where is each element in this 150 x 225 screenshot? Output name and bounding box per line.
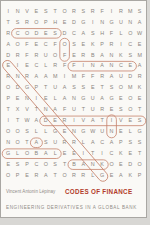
grid-cell-r10c4: T [32, 104, 41, 115]
grid-cell-r12c3: S [22, 126, 31, 137]
grid-cell-r15c13: E [116, 159, 125, 170]
grid-cell-r8c2: D [13, 83, 22, 94]
grid-cell-r7c4: A [32, 72, 41, 83]
grid-cell-r9c4: I [32, 94, 41, 105]
grid-cell-r13c7: R [60, 137, 69, 148]
grid-cell-r15c10: N [88, 159, 97, 170]
grid-cell-r3c6: S [50, 28, 59, 39]
grid-cell-r16c6: T [50, 170, 59, 181]
grid-cell-r7c6: M [50, 72, 59, 83]
grid-cell-r4c14: C [126, 39, 135, 50]
grid-cell-r12c4: L [32, 126, 41, 137]
grid-cell-r8c4: P [32, 83, 41, 94]
grid-cell-r11c7: R [60, 115, 69, 126]
grid-cell-r7c7: I [60, 72, 69, 83]
grid-cell-r9c12: G [107, 94, 116, 105]
grid-cell-r9c5: E [41, 94, 50, 105]
grid-cell-r14c13: K [116, 148, 125, 159]
grid-cell-r3c9: A [79, 28, 88, 39]
grid-cell-r2c5: P [41, 17, 50, 28]
grid-cell-r15c5: O [41, 159, 50, 170]
grid-cell-r2c2: S [13, 17, 22, 28]
grid-cell-r1c2: N [13, 6, 22, 17]
grid-cell-r1c7: O [60, 6, 69, 17]
grid-cell-r5c1: D [4, 50, 13, 61]
grid-cell-r10c13: S [116, 104, 125, 115]
grid-cell-r13c15: S [135, 137, 144, 148]
grid-cell-r2c9: G [79, 17, 88, 28]
grid-cell-r14c6: L [50, 148, 59, 159]
grid-cell-r5c10: B [88, 50, 97, 61]
grid-cell-r10c11: R [97, 104, 106, 115]
grid-cell-r10c8: U [69, 104, 78, 115]
grid-cell-r7c9: F [79, 72, 88, 83]
grid-cell-r12c2: O [13, 126, 22, 137]
grid-cell-r10c15: T [135, 104, 144, 115]
grid-cell-r7c2: N [13, 72, 22, 83]
grid-cell-r11c3: W [22, 115, 31, 126]
grid-cell-r3c11: H [97, 28, 106, 39]
book-subtitle: ENGINEERING DERIVATIVES IN A GLOBAL BANK [6, 205, 137, 210]
grid-cell-r6c14: E [126, 61, 135, 72]
grid-cell-r11c12: I [107, 115, 116, 126]
grid-cell-r7c15: R [135, 72, 144, 83]
grid-cell-r2c10: I [88, 17, 97, 28]
grid-cell-r10c14: O [126, 104, 135, 115]
grid-cell-r13c1: N [4, 137, 13, 148]
grid-cell-r16c10: L [88, 170, 97, 181]
grid-cell-r14c10: T [88, 148, 97, 159]
grid-cell-r13c6: U [50, 137, 59, 148]
grid-cell-r15c8: B [69, 159, 78, 170]
grid-cell-r12c12: N [107, 126, 116, 137]
grid-cell-r16c15: P [135, 170, 144, 181]
grid-cell-r5c12: N [107, 50, 116, 61]
grid-cell-r2c15: A [135, 17, 144, 28]
grid-cell-r4c12: R [107, 39, 116, 50]
grid-cell-r8c11: T [97, 83, 106, 94]
grid-cell-r5c7: F [60, 50, 69, 61]
grid-cell-r5c11: A [97, 50, 106, 61]
grid-cell-r10c2: X [13, 104, 22, 115]
grid-cell-r16c1: O [4, 170, 13, 181]
word-search-grid: INVESTORSRFIRMSTSROPHEDGINGUNARCODESDCAS… [4, 6, 145, 181]
grid-cell-r7c5: A [41, 72, 50, 83]
grid-cell-r13c10: A [88, 137, 97, 148]
grid-cell-r9c15: E [135, 94, 144, 105]
grid-cell-r14c5: A [41, 148, 50, 159]
grid-cell-r10c7: F [60, 104, 69, 115]
grid-cell-r4c4: E [32, 39, 41, 50]
grid-cell-r4c15: E [135, 39, 144, 50]
grid-cell-r14c8: E [69, 148, 78, 159]
grid-cell-r16c11: G [97, 170, 106, 181]
grid-cell-r1c11: F [97, 6, 106, 17]
grid-cell-r7c3: R [22, 72, 31, 83]
grid-cell-r1c6: T [50, 6, 59, 17]
grid-cell-r3c1: R [4, 28, 13, 39]
grid-cell-r3c5: E [41, 28, 50, 39]
grid-cell-r4c5: C [41, 39, 50, 50]
grid-cell-r1c14: M [126, 6, 135, 17]
grid-cell-r12c13: E [116, 126, 125, 137]
grid-cell-r8c14: M [126, 83, 135, 94]
grid-cell-r6c13: C [116, 61, 125, 72]
grid-cell-r3c7: D [60, 28, 69, 39]
grid-cell-r10c3: V [22, 104, 31, 115]
grid-cell-r7c1: R [4, 72, 13, 83]
grid-cell-r13c11: C [97, 137, 106, 148]
grid-cell-r16c9: R [79, 170, 88, 181]
grid-cell-r2c12: G [107, 17, 116, 28]
grid-cell-r15c9: A [79, 159, 88, 170]
grid-cell-r2c7: E [60, 17, 69, 28]
grid-cell-r9c2: E [13, 94, 22, 105]
grid-cell-r14c4: B [32, 148, 41, 159]
grid-cell-r11c11: T [97, 115, 106, 126]
grid-cell-r10c1: T [4, 104, 13, 115]
grid-cell-r1c13: R [116, 6, 125, 17]
grid-cell-r15c15: O [135, 159, 144, 170]
grid-cell-r10c12: E [107, 104, 116, 115]
grid-cell-r14c2: L [13, 148, 22, 159]
grid-cell-r5c9: R [79, 50, 88, 61]
grid-cell-r6c8: F [69, 61, 78, 72]
grid-cell-r8c13: O [116, 83, 125, 94]
grid-cell-r14c1: G [4, 148, 13, 159]
grid-cell-r12c14: L [126, 126, 135, 137]
grid-cell-r13c12: A [107, 137, 116, 148]
grid-cell-r5c3: F [22, 50, 31, 61]
grid-cell-r11c4: A [32, 115, 41, 126]
grid-cell-r12c15: G [135, 126, 144, 137]
grid-cell-r5c4: R [32, 50, 41, 61]
grid-cell-r12c5: L [41, 126, 50, 137]
grid-cell-r13c9: L [79, 137, 88, 148]
grid-cell-r7c11: R [97, 72, 106, 83]
grid-cell-r16c8: R [69, 170, 78, 181]
grid-cell-r9c8: N [69, 94, 78, 105]
grid-cell-r15c7: T [60, 159, 69, 170]
grid-cell-r1c9: S [79, 6, 88, 17]
grid-cell-r6c1: E [4, 61, 13, 72]
grid-cell-r3c12: F [107, 28, 116, 39]
grid-cell-r4c2: O [13, 39, 22, 50]
grid-cell-r8c5: T [41, 83, 50, 94]
grid-cell-r13c2: O [13, 137, 22, 148]
book-title: CODES OF FINANCE [65, 188, 132, 195]
grid-cell-r3c14: O [126, 28, 135, 39]
grid-cell-r11c5: D [41, 115, 50, 126]
book-cover: INVESTORSRFIRMSTSROPHEDGINGUNARCODESDCAS… [0, 0, 147, 218]
grid-cell-r13c5: S [41, 137, 50, 148]
grid-cell-r16c7: O [60, 170, 69, 181]
grid-cell-r8c7: A [60, 83, 69, 94]
grid-cell-r1c5: S [41, 6, 50, 17]
grid-cell-r4c9: E [79, 39, 88, 50]
grid-cell-r4c7: O [60, 39, 69, 50]
grid-cell-r9c7: A [60, 94, 69, 105]
grid-cell-r15c14: D [126, 159, 135, 170]
grid-cell-r2c13: U [116, 17, 125, 28]
grid-cell-r8c6: U [50, 83, 59, 94]
grid-cell-r4c6: F [50, 39, 59, 50]
grid-cell-r12c11: U [97, 126, 106, 137]
grid-cell-r3c4: D [32, 28, 41, 39]
grid-cell-r6c9: I [79, 61, 88, 72]
grid-cell-r5c6: O [50, 50, 59, 61]
grid-cell-r9c1: P [4, 94, 13, 105]
grid-cell-r10c6: A [50, 104, 59, 115]
grid-cell-r12c1: O [4, 126, 13, 137]
grid-cell-r1c8: R [69, 6, 78, 17]
grid-cell-r4c8: S [69, 39, 78, 50]
grid-cell-r9c9: G [79, 94, 88, 105]
grid-cell-r7c13: U [116, 72, 125, 83]
grid-cell-r14c3: O [22, 148, 31, 159]
page-background: { "game": "word-search", "cover": { "aut… [0, 0, 150, 225]
grid-cell-r15c2: S [13, 159, 22, 170]
grid-cell-r7c10: F [88, 72, 97, 83]
grid-cell-r5c14: S [126, 50, 135, 61]
grid-cell-r13c4: A [32, 137, 41, 148]
grid-cell-r1c4: E [32, 6, 41, 17]
grid-cell-r16c13: A [116, 170, 125, 181]
grid-cell-r15c6: S [50, 159, 59, 170]
grid-cell-r6c10: N [88, 61, 97, 72]
grid-cell-r5c2: R [13, 50, 22, 61]
grid-cell-r6c15: A [135, 61, 144, 72]
grid-cell-r6c2: I [13, 61, 22, 72]
grid-cell-r15c1: E [4, 159, 13, 170]
grid-cell-r6c11: A [97, 61, 106, 72]
grid-cell-r2c4: O [32, 17, 41, 28]
grid-cell-r13c8: R [69, 137, 78, 148]
grid-cell-r16c12: E [107, 170, 116, 181]
grid-cell-r9c11: A [97, 94, 106, 105]
grid-cell-r11c6: E [50, 115, 59, 126]
grid-cell-r8c12: S [107, 83, 116, 94]
grid-cell-r16c3: E [22, 170, 31, 181]
grid-cell-r2c8: D [69, 17, 78, 28]
grid-cell-r2c11: N [97, 17, 106, 28]
grid-cell-r11c2: T [13, 115, 22, 126]
grid-cell-r5c8: E [69, 50, 78, 61]
grid-cell-r11c1: I [4, 115, 13, 126]
author-name: Vincent Antonin Lépinay [6, 189, 55, 194]
grid-cell-r5c5: U [41, 50, 50, 61]
grid-cell-r3c3: O [22, 28, 31, 39]
grid-cell-r14c14: E [126, 148, 135, 159]
grid-cell-r3c8: C [69, 28, 78, 39]
grid-cell-r16c5: A [41, 170, 50, 181]
grid-cell-r9c6: L [50, 94, 59, 105]
grid-cell-r4c1: A [4, 39, 13, 50]
grid-cell-r11c14: E [126, 115, 135, 126]
grid-cell-r2c14: N [126, 17, 135, 28]
grid-cell-r2c6: H [50, 17, 59, 28]
grid-cell-r10c5: N [41, 104, 50, 115]
grid-cell-r15c11: K [97, 159, 106, 170]
grid-cell-r13c13: P [116, 137, 125, 148]
grid-cell-r6c6: R [50, 61, 59, 72]
grid-cell-r14c15: T [135, 148, 144, 159]
grid-cell-r6c12: N [107, 61, 116, 72]
grid-cell-r16c4: R [32, 170, 41, 181]
grid-cell-r7c8: M [69, 72, 78, 83]
grid-cell-r8c3: G [22, 83, 31, 94]
grid-cell-r3c2: C [13, 28, 22, 39]
grid-cell-r8c8: S [69, 83, 78, 94]
grid-cell-r6c7: F [60, 61, 69, 72]
grid-cell-r4c13: I [116, 39, 125, 50]
grid-cell-r14c12: C [107, 148, 116, 159]
grid-cell-r4c11: P [97, 39, 106, 50]
grid-cell-r12c7: E [60, 126, 69, 137]
grid-cell-r1c1: I [4, 6, 13, 17]
grid-cell-r9c3: N [22, 94, 31, 105]
grid-cell-r3c15: W [135, 28, 144, 39]
grid-cell-r1c3: V [22, 6, 31, 17]
grid-cell-r15c12: O [107, 159, 116, 170]
grid-cell-r3c10: S [88, 28, 97, 39]
grid-cell-r13c3: T [22, 137, 31, 148]
grid-cell-r10c9: T [79, 104, 88, 115]
grid-cell-r5c13: K [116, 50, 125, 61]
grid-cell-r8c9: S [79, 83, 88, 94]
grid-cell-r15c4: C [32, 159, 41, 170]
grid-cell-r2c3: R [22, 17, 31, 28]
grid-cell-r2c1: T [4, 17, 13, 28]
grid-cell-r5c15: M [135, 50, 144, 61]
grid-cell-r12c10: W [88, 126, 97, 137]
grid-cell-r6c3: E [22, 61, 31, 72]
grid-cell-r10c10: U [88, 104, 97, 115]
grid-cell-r6c5: L [41, 61, 50, 72]
grid-cell-r11c8: I [69, 115, 78, 126]
grid-cell-r11c13: V [116, 115, 125, 126]
grid-cell-r16c14: K [126, 170, 135, 181]
grid-cell-r1c12: I [107, 6, 116, 17]
grid-cell-r4c3: F [22, 39, 31, 50]
grid-cell-r11c15: S [135, 115, 144, 126]
grid-cell-r15c3: P [22, 159, 31, 170]
grid-cell-r14c11: I [97, 148, 106, 159]
grid-cell-r14c9: I [79, 148, 88, 159]
grid-cell-r8c1: O [4, 83, 13, 94]
grid-cell-r11c10: A [88, 115, 97, 126]
grid-cell-r4c10: K [88, 39, 97, 50]
grid-cell-r8c10: E [88, 83, 97, 94]
grid-cell-r6c4: C [32, 61, 41, 72]
grid-cell-r12c9: G [79, 126, 88, 137]
grid-cell-r13c14: S [126, 137, 135, 148]
grid-cell-r14c7: E [60, 148, 69, 159]
grid-cell-r3c13: L [116, 28, 125, 39]
grid-cell-r1c15: S [135, 6, 144, 17]
grid-cell-r7c14: D [126, 72, 135, 83]
grid-cell-r12c6: G [50, 126, 59, 137]
grid-cell-r9c14: O [126, 94, 135, 105]
grid-cell-r9c13: E [116, 94, 125, 105]
grid-cell-r9c10: U [88, 94, 97, 105]
grid-cell-r1c10: R [88, 6, 97, 17]
grid-cell-r8c15: K [135, 83, 144, 94]
grid-cell-r11c9: V [79, 115, 88, 126]
grid-cell-r16c2: P [13, 170, 22, 181]
grid-cell-r12c8: N [69, 126, 78, 137]
grid-cell-r7c12: A [107, 72, 116, 83]
